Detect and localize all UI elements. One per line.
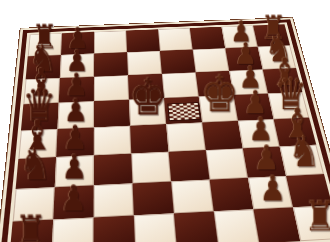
square-c7[interactable] xyxy=(94,52,128,76)
left-knight-a3[interactable]: ♞ xyxy=(19,142,52,185)
square-c2[interactable] xyxy=(94,183,134,217)
square-b1[interactable] xyxy=(52,217,94,242)
square-e2[interactable] xyxy=(171,180,214,214)
square-d2[interactable] xyxy=(132,182,173,216)
right-pawn-g2[interactable]: ♟ xyxy=(259,171,286,206)
square-h1[interactable]: ♜ xyxy=(293,205,330,241)
square-c8[interactable] xyxy=(94,31,127,54)
mini-chessboard-decoration xyxy=(167,102,201,121)
left-king-d5[interactable]: ♚ xyxy=(129,72,168,123)
square-d1[interactable] xyxy=(134,213,177,242)
square-a1[interactable]: ♜ xyxy=(9,219,53,242)
square-b2[interactable]: ♟ xyxy=(53,185,93,219)
left-rook-a1[interactable]: ♜ xyxy=(15,210,47,242)
square-a3[interactable]: ♞ xyxy=(16,157,57,189)
square-c4[interactable] xyxy=(94,126,131,156)
square-d5[interactable]: ♚ xyxy=(129,98,166,126)
square-c5[interactable] xyxy=(94,100,130,128)
left-pawn-b2[interactable]: ♟ xyxy=(60,180,87,216)
square-d4[interactable] xyxy=(130,124,168,153)
square-e5[interactable] xyxy=(164,97,202,125)
square-g1[interactable] xyxy=(253,207,300,242)
square-f1[interactable] xyxy=(214,209,260,242)
square-c3[interactable] xyxy=(94,154,133,186)
square-f5[interactable]: ♚ xyxy=(199,95,238,122)
square-f3[interactable] xyxy=(206,148,248,179)
square-f2[interactable] xyxy=(210,178,254,212)
chessboard[interactable]: ♜♟♟♜♞♟♟♞♝♟♟♝♛♟♚♚♟♛♝♟♟♝♞♟♟♞♟♟♜♜ xyxy=(6,22,330,242)
square-e3[interactable] xyxy=(169,150,210,181)
square-e4[interactable] xyxy=(166,122,206,151)
square-c6[interactable] xyxy=(94,75,129,101)
square-e1[interactable] xyxy=(174,211,218,242)
square-d8[interactable] xyxy=(126,29,160,52)
right-knight-h3[interactable]: ♞ xyxy=(288,130,320,173)
square-f4[interactable] xyxy=(202,121,243,150)
square-d3[interactable] xyxy=(131,152,171,184)
right-king-f5[interactable]: ♚ xyxy=(200,69,238,120)
right-rook-h1[interactable]: ♜ xyxy=(304,195,330,237)
chessboard-perspective-wrapper: ♜♟♟♜♞♟♟♞♝♟♟♝♛♟♚♚♟♛♝♟♟♝♞♟♟♞♟♟♜♜ xyxy=(6,23,330,242)
chess-illustration-scene: ♜♟♟♜♞♟♟♞♝♟♟♝♛♟♚♚♟♛♝♟♟♝♞♟♟♞♟♟♜♜ xyxy=(0,0,330,242)
square-e6[interactable] xyxy=(162,72,199,98)
square-c1[interactable] xyxy=(94,215,136,242)
square-h3[interactable]: ♞ xyxy=(280,145,324,176)
square-e8[interactable] xyxy=(158,28,193,51)
square-f8[interactable] xyxy=(190,27,225,50)
